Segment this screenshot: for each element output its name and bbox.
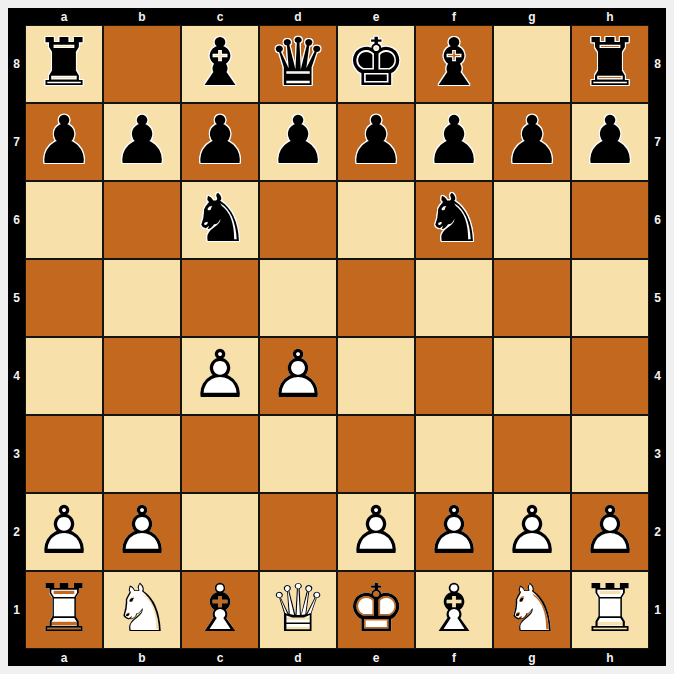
square-e1[interactable]: ♚♔ [337,571,415,649]
square-e5[interactable] [337,259,415,337]
square-h5[interactable] [571,259,649,337]
file-label-d-top: d [259,8,337,25]
file-label-b-top: b [103,8,181,25]
black-king-fill: ♚ [337,25,415,103]
piece-black-knight[interactable]: ♞ [181,181,259,259]
piece-black-knight[interactable]: ♞ [415,181,493,259]
file-label-c-bottom: c [181,649,259,666]
rank-label-3-right: 3 [649,415,666,493]
square-b6[interactable] [103,181,181,259]
square-f6[interactable]: ♞ [415,181,493,259]
piece-black-bishop[interactable]: ♝ [415,25,493,103]
file-label-d-bottom: d [259,649,337,666]
piece-black-pawn[interactable]: ♟ [571,103,649,181]
rank-label-6-right: 6 [649,181,666,259]
rank-label-2-left: 2 [8,493,25,571]
black-knight-fill: ♞ [415,181,493,259]
square-c3[interactable] [181,415,259,493]
black-pawn-fill: ♟ [25,103,103,181]
piece-black-rook[interactable]: ♜ [571,25,649,103]
square-c7[interactable]: ♟ [181,103,259,181]
square-f5[interactable] [415,259,493,337]
square-a2[interactable]: ♟♙ [25,493,103,571]
white-pawn-outline: ♙ [103,493,181,571]
white-queen-outline: ♕ [259,571,337,649]
piece-white-king[interactable]: ♚♔ [337,571,415,649]
square-h2[interactable]: ♟♙ [571,493,649,571]
square-f8[interactable]: ♝ [415,25,493,103]
square-h3[interactable] [571,415,649,493]
square-b5[interactable] [103,259,181,337]
square-a7[interactable]: ♟ [25,103,103,181]
rank-label-6-left: 6 [8,181,25,259]
white-knight-outline: ♘ [493,571,571,649]
square-h8[interactable]: ♜ [571,25,649,103]
piece-white-pawn[interactable]: ♟♙ [181,337,259,415]
square-c6[interactable]: ♞ [181,181,259,259]
square-b2[interactable]: ♟♙ [103,493,181,571]
piece-white-pawn[interactable]: ♟♙ [103,493,181,571]
piece-white-rook[interactable]: ♜♖ [25,571,103,649]
rank-label-5-left: 5 [8,259,25,337]
square-a5[interactable] [25,259,103,337]
white-pawn-outline: ♙ [181,337,259,415]
square-f7[interactable]: ♟ [415,103,493,181]
file-label-h-bottom: h [571,649,649,666]
rank-label-2-right: 2 [649,493,666,571]
file-label-c-top: c [181,8,259,25]
file-label-g-top: g [493,8,571,25]
piece-black-pawn[interactable]: ♟ [337,103,415,181]
piece-black-pawn[interactable]: ♟ [259,103,337,181]
file-label-e-bottom: e [337,649,415,666]
square-g2[interactable]: ♟♙ [493,493,571,571]
file-label-b-bottom: b [103,649,181,666]
black-rook-fill: ♜ [571,25,649,103]
square-g1[interactable]: ♞♘ [493,571,571,649]
rank-label-3-left: 3 [8,415,25,493]
black-pawn-fill: ♟ [181,103,259,181]
piece-white-knight[interactable]: ♞♘ [493,571,571,649]
square-d2[interactable] [259,493,337,571]
square-f4[interactable] [415,337,493,415]
square-d7[interactable]: ♟ [259,103,337,181]
piece-black-pawn[interactable]: ♟ [25,103,103,181]
black-bishop-fill: ♝ [415,25,493,103]
rank-label-1-right: 1 [649,571,666,649]
square-a6[interactable] [25,181,103,259]
piece-white-knight[interactable]: ♞♘ [103,571,181,649]
black-pawn-fill: ♟ [337,103,415,181]
black-pawn-fill: ♟ [103,103,181,181]
square-f3[interactable] [415,415,493,493]
piece-black-pawn[interactable]: ♟ [415,103,493,181]
piece-black-queen[interactable]: ♛ [259,25,337,103]
black-pawn-fill: ♟ [571,103,649,181]
square-g8[interactable] [493,25,571,103]
square-c2[interactable] [181,493,259,571]
square-d1[interactable]: ♛♕ [259,571,337,649]
white-king-outline: ♔ [337,571,415,649]
piece-white-pawn[interactable]: ♟♙ [25,493,103,571]
rank-label-5-right: 5 [649,259,666,337]
square-h7[interactable]: ♟ [571,103,649,181]
piece-white-bishop[interactable]: ♝♗ [415,571,493,649]
chess-board: aabbccddeeffgghh8877665544332211♜♝♛♚♝♜♟♟… [8,8,666,666]
square-d5[interactable] [259,259,337,337]
square-c8[interactable]: ♝ [181,25,259,103]
black-bishop-fill: ♝ [181,25,259,103]
white-rook-outline: ♖ [25,571,103,649]
square-g5[interactable] [493,259,571,337]
square-d3[interactable] [259,415,337,493]
square-e7[interactable]: ♟ [337,103,415,181]
square-b7[interactable]: ♟ [103,103,181,181]
square-a1[interactable]: ♜♖ [25,571,103,649]
square-c5[interactable] [181,259,259,337]
piece-black-pawn[interactable]: ♟ [493,103,571,181]
piece-black-king[interactable]: ♚ [337,25,415,103]
rank-label-7-left: 7 [8,103,25,181]
square-c1[interactable]: ♝♗ [181,571,259,649]
black-pawn-fill: ♟ [493,103,571,181]
white-pawn-outline: ♙ [571,493,649,571]
rank-label-8-left: 8 [8,25,25,103]
piece-white-pawn[interactable]: ♟♙ [337,493,415,571]
piece-white-rook[interactable]: ♜♖ [571,571,649,649]
black-rook-fill: ♜ [25,25,103,103]
piece-white-pawn[interactable]: ♟♙ [259,337,337,415]
square-e6[interactable] [337,181,415,259]
white-pawn-outline: ♙ [25,493,103,571]
file-label-g-bottom: g [493,649,571,666]
piece-white-queen[interactable]: ♛♕ [259,571,337,649]
square-a8[interactable]: ♜ [25,25,103,103]
square-f2[interactable]: ♟♙ [415,493,493,571]
square-e3[interactable] [337,415,415,493]
square-g6[interactable] [493,181,571,259]
black-pawn-fill: ♟ [259,103,337,181]
square-e4[interactable] [337,337,415,415]
piece-white-pawn[interactable]: ♟♙ [571,493,649,571]
piece-black-bishop[interactable]: ♝ [181,25,259,103]
square-g4[interactable] [493,337,571,415]
square-e2[interactable]: ♟♙ [337,493,415,571]
white-pawn-outline: ♙ [259,337,337,415]
piece-white-pawn[interactable]: ♟♙ [415,493,493,571]
white-pawn-outline: ♙ [337,493,415,571]
square-h4[interactable] [571,337,649,415]
square-d8[interactable]: ♛ [259,25,337,103]
file-label-f-top: f [415,8,493,25]
file-label-a-bottom: a [25,649,103,666]
square-g3[interactable] [493,415,571,493]
black-queen-fill: ♛ [259,25,337,103]
square-e8[interactable]: ♚ [337,25,415,103]
square-f1[interactable]: ♝♗ [415,571,493,649]
white-pawn-outline: ♙ [493,493,571,571]
rank-label-1-left: 1 [8,571,25,649]
white-knight-outline: ♘ [103,571,181,649]
square-g7[interactable]: ♟ [493,103,571,181]
white-bishop-outline: ♗ [181,571,259,649]
white-bishop-outline: ♗ [415,571,493,649]
black-knight-fill: ♞ [181,181,259,259]
file-label-a-top: a [25,8,103,25]
piece-white-pawn[interactable]: ♟♙ [493,493,571,571]
piece-white-bishop[interactable]: ♝♗ [181,571,259,649]
file-label-f-bottom: f [415,649,493,666]
square-d6[interactable] [259,181,337,259]
square-b4[interactable] [103,337,181,415]
square-h1[interactable]: ♜♖ [571,571,649,649]
square-d4[interactable]: ♟♙ [259,337,337,415]
piece-black-pawn[interactable]: ♟ [103,103,181,181]
white-pawn-outline: ♙ [415,493,493,571]
rank-label-7-right: 7 [649,103,666,181]
white-rook-outline: ♖ [571,571,649,649]
black-pawn-fill: ♟ [415,103,493,181]
square-a4[interactable] [25,337,103,415]
square-a3[interactable] [25,415,103,493]
file-label-e-top: e [337,8,415,25]
piece-black-pawn[interactable]: ♟ [181,103,259,181]
rank-label-4-right: 4 [649,337,666,415]
rank-label-8-right: 8 [649,25,666,103]
piece-black-rook[interactable]: ♜ [25,25,103,103]
square-b1[interactable]: ♞♘ [103,571,181,649]
square-b8[interactable] [103,25,181,103]
rank-label-4-left: 4 [8,337,25,415]
square-b3[interactable] [103,415,181,493]
square-c4[interactable]: ♟♙ [181,337,259,415]
square-h6[interactable] [571,181,649,259]
file-label-h-top: h [571,8,649,25]
